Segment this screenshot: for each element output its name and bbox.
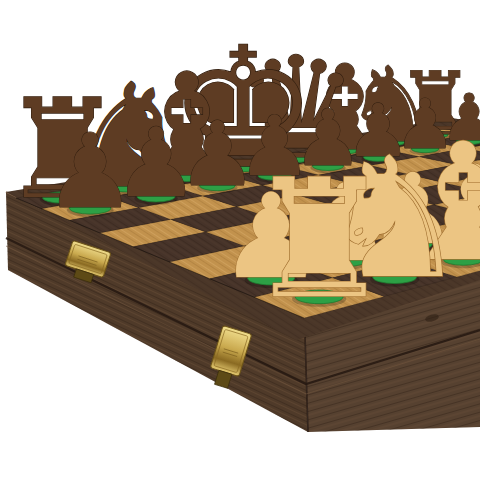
piece-white-rook-h1: ♜ (246, 144, 393, 335)
piece-glyph: ♟ (44, 111, 136, 231)
piece-glyph: ♜ (246, 144, 393, 335)
chess-set-scene: ♜♟♞♟♝♟♛♟♚♟♝♟♞♟♜♟♟♟♝♟♞♟♜ (0, 0, 480, 480)
chess-set-product-photo: ♜♟♞♟♝♟♛♟♚♟♝♟♞♟♜♟♟♟♝♟♞♟♜ (0, 0, 480, 480)
piece-black-pawn-h7: ♟ (44, 111, 136, 231)
